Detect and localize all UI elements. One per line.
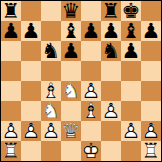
white-piece-outline: ♙ <box>101 101 121 121</box>
black-piece-glyph: ♟ <box>1 21 21 41</box>
square-b4[interactable] <box>21 81 41 101</box>
white-piece-outline: ♙ <box>81 81 101 101</box>
white-piece-outline: ♘ <box>41 101 61 121</box>
white-pawn-icon: ♟♙ <box>121 121 141 141</box>
black-piece-glyph: ♟ <box>141 21 161 41</box>
white-bishop-icon: ♝♗ <box>81 101 101 121</box>
white-piece-outline: ♗ <box>41 81 61 101</box>
white-queen-icon: ♛♕ <box>61 121 81 141</box>
square-f2[interactable] <box>101 121 121 141</box>
white-pawn-icon: ♟♙ <box>21 121 41 141</box>
black-pawn-icon: ♟ <box>121 41 141 61</box>
square-h7[interactable]: ♟ <box>141 21 161 41</box>
black-piece-glyph: ♝ <box>121 21 141 41</box>
white-knight-icon: ♞♘ <box>61 81 81 101</box>
white-pawn-icon: ♟♙ <box>41 121 61 141</box>
black-knight-icon: ♞ <box>41 41 61 61</box>
square-g5[interactable] <box>121 61 141 81</box>
square-g6[interactable]: ♟ <box>121 41 141 61</box>
square-c1[interactable] <box>41 141 61 161</box>
square-b6[interactable] <box>21 41 41 61</box>
square-e6[interactable] <box>81 41 101 61</box>
square-f3[interactable]: ♟♙ <box>101 101 121 121</box>
square-h6[interactable] <box>141 41 161 61</box>
square-h4[interactable] <box>141 81 161 101</box>
white-piece-outline: ♔ <box>81 141 101 161</box>
square-a1[interactable]: ♜♖ <box>1 141 21 161</box>
black-knight-icon: ♞ <box>101 41 121 61</box>
white-piece-outline: ♙ <box>21 121 41 141</box>
black-piece-glyph: ♟ <box>61 41 81 61</box>
black-pawn-icon: ♟ <box>81 21 101 41</box>
black-pawn-icon: ♟ <box>61 41 81 61</box>
white-piece-outline: ♕ <box>61 121 81 141</box>
black-piece-glyph: ♚ <box>121 1 141 21</box>
white-piece-outline: ♘ <box>61 81 81 101</box>
square-f5[interactable] <box>101 61 121 81</box>
square-b5[interactable] <box>21 61 41 81</box>
square-e3[interactable]: ♝♗ <box>81 101 101 121</box>
white-piece-outline: ♙ <box>41 121 61 141</box>
square-h5[interactable] <box>141 61 161 81</box>
square-a6[interactable] <box>1 41 21 61</box>
square-a5[interactable] <box>1 61 21 81</box>
square-d4[interactable]: ♞♘ <box>61 81 81 101</box>
black-piece-glyph: ♟ <box>21 21 41 41</box>
black-pawn-icon: ♟ <box>1 21 21 41</box>
black-piece-glyph: ♜ <box>101 1 121 21</box>
square-c2[interactable]: ♟♙ <box>41 121 61 141</box>
square-a7[interactable]: ♟ <box>1 21 21 41</box>
square-f6[interactable]: ♞ <box>101 41 121 61</box>
black-piece-glyph: ♟ <box>81 21 101 41</box>
square-c8[interactable] <box>41 1 61 21</box>
square-b7[interactable]: ♟ <box>21 21 41 41</box>
white-piece-outline: ♖ <box>141 141 161 161</box>
square-g4[interactable] <box>121 81 141 101</box>
square-f1[interactable] <box>101 141 121 161</box>
square-a4[interactable] <box>1 81 21 101</box>
black-piece-glyph: ♛ <box>61 1 81 21</box>
black-pawn-icon: ♟ <box>141 21 161 41</box>
white-rook-icon: ♜♖ <box>141 141 161 161</box>
square-g2[interactable]: ♟♙ <box>121 121 141 141</box>
white-king-icon: ♚♔ <box>81 141 101 161</box>
white-piece-outline: ♙ <box>121 121 141 141</box>
square-d6[interactable]: ♟ <box>61 41 81 61</box>
square-g1[interactable] <box>121 141 141 161</box>
white-rook-icon: ♜♖ <box>1 141 21 161</box>
black-piece-glyph: ♞ <box>101 41 121 61</box>
chess-board: ♜♛♜♚♟♟♝♟♟♝♟♞♟♞♟♝♗♞♘♟♙♞♘♝♗♟♙♟♙♟♙♟♙♛♕♟♙♟♙♜… <box>1 1 161 161</box>
square-d2[interactable]: ♛♕ <box>61 121 81 141</box>
white-piece-outline: ♙ <box>141 121 161 141</box>
square-b2[interactable]: ♟♙ <box>21 121 41 141</box>
black-piece-glyph: ♝ <box>61 21 81 41</box>
chess-board-frame: ♜♛♜♚♟♟♝♟♟♝♟♞♟♞♟♝♗♞♘♟♙♞♘♝♗♟♙♟♙♟♙♟♙♛♕♟♙♟♙♜… <box>0 0 162 162</box>
white-piece-outline: ♙ <box>1 121 21 141</box>
white-piece-outline: ♖ <box>1 141 21 161</box>
square-b1[interactable] <box>21 141 41 161</box>
black-piece-glyph: ♞ <box>41 41 61 61</box>
square-e1[interactable]: ♚♔ <box>81 141 101 161</box>
square-e7[interactable]: ♟ <box>81 21 101 41</box>
black-piece-glyph: ♟ <box>121 41 141 61</box>
black-piece-glyph: ♟ <box>101 21 121 41</box>
black-piece-glyph: ♜ <box>1 1 21 21</box>
square-h1[interactable]: ♜♖ <box>141 141 161 161</box>
black-pawn-icon: ♟ <box>21 21 41 41</box>
square-d1[interactable] <box>61 141 81 161</box>
white-piece-outline: ♗ <box>81 101 101 121</box>
square-c6[interactable]: ♞ <box>41 41 61 61</box>
white-pawn-icon: ♟♙ <box>101 101 121 121</box>
